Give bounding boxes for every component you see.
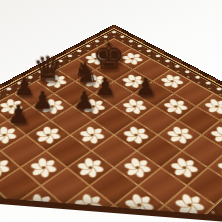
piece-pawn-b3[interactable]: ♟ — [3, 101, 33, 127]
piece-pawn-d7[interactable]: ♟ — [131, 75, 160, 99]
scene: ♚♟♞♟♛♟♟♟♟ — [0, 0, 222, 222]
piece-pawn-c5[interactable]: ♟ — [69, 88, 98, 113]
board-ornate-border: ♚♟♞♟♛♟♟♟♟ — [0, 28, 222, 222]
board-grid: ♚♟♞♟♛♟♟♟♟ — [0, 39, 222, 222]
flower-inlay-icon — [118, 96, 151, 118]
board-carved-frame: ♚♟♞♟♛♟♟♟♟ — [0, 24, 222, 222]
chessboard-3d: ♚♟♞♟♛♟♟♟♟ — [0, 24, 222, 222]
